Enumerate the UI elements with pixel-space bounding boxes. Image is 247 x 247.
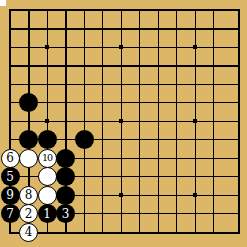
stone-black[interactable]	[56, 149, 75, 168]
stone-white-move-4[interactable]: 4	[19, 223, 38, 242]
stone-move-number: 9	[6, 189, 14, 201]
stone-black[interactable]	[75, 130, 94, 149]
stone-white-move-6[interactable]: 6	[1, 149, 20, 168]
stone-black-move-9[interactable]: 9	[1, 186, 20, 205]
stone-black-move-7[interactable]: 7	[1, 204, 20, 223]
stone-black[interactable]	[56, 167, 75, 186]
go-board[interactable]: 61059872134	[0, 0, 247, 247]
stone-black[interactable]	[19, 93, 38, 112]
stone-move-number: 6	[6, 152, 14, 164]
stone-white-move-8[interactable]: 8	[19, 186, 38, 205]
stones-layer: 61059872134	[1, 1, 242, 242]
stone-move-number: 3	[62, 208, 70, 220]
stone-move-number: 5	[6, 171, 14, 183]
stone-white[interactable]	[38, 186, 57, 205]
stone-white[interactable]	[38, 167, 57, 186]
stone-move-number: 8	[25, 189, 33, 201]
stone-move-number: 4	[25, 226, 33, 238]
stone-move-number: 10	[42, 153, 52, 163]
stone-white[interactable]	[19, 149, 38, 168]
stone-black-move-5[interactable]: 5	[1, 167, 20, 186]
stone-move-number: 7	[6, 208, 14, 220]
stone-white-move-2[interactable]: 2	[19, 204, 38, 223]
stone-white-move-10[interactable]: 10	[38, 149, 57, 168]
stone-black[interactable]	[19, 130, 38, 149]
stone-move-number: 2	[25, 208, 33, 220]
stone-black-move-1[interactable]: 1	[38, 204, 57, 223]
stone-black-move-3[interactable]: 3	[56, 204, 75, 223]
stone-move-number: 1	[43, 208, 51, 220]
stone-black[interactable]	[56, 186, 75, 205]
stone-black[interactable]	[38, 130, 57, 149]
